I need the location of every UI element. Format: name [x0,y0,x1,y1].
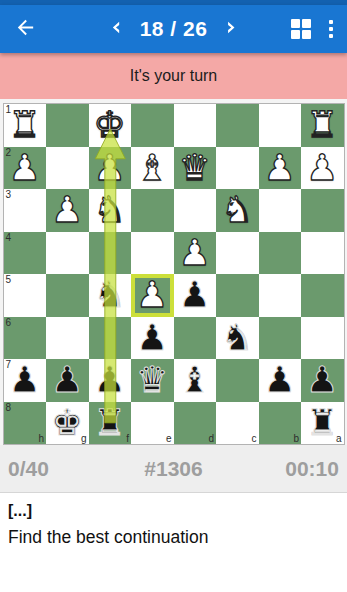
next-puzzle-button[interactable] [223,18,240,40]
square-h5[interactable]: 5 [4,274,47,317]
square-b4[interactable] [259,232,302,275]
square-g7[interactable]: ♟ [46,359,89,402]
white-pawn-d4: ♟ [179,232,211,274]
square-c1[interactable] [216,104,259,147]
square-b6[interactable] [259,317,302,360]
black-rook-a8: ♜ [306,402,338,444]
file-label-f: f [126,433,129,444]
rank-label-7: 7 [6,359,12,370]
rank-label-5: 5 [6,274,12,285]
square-h3[interactable]: 3 [4,189,47,232]
overflow-menu-icon [329,20,333,38]
black-knight-f5: ♞ [94,274,126,316]
square-g2[interactable] [46,147,89,190]
square-e5[interactable]: ♟ [131,274,174,317]
black-pawn-g7: ♟ [51,359,83,401]
puzzle-navigation: 18 / 26 [107,5,241,53]
square-a8[interactable]: a♜ [301,402,344,445]
square-g6[interactable] [46,317,89,360]
chess-board: 1♜♚♜2♟♟♝♛♟♟3♟♞♞4♟5♞♟♟6♟♞7♟♟♟♛♝♟♟8hg♚f♜ed… [3,103,345,445]
square-a3[interactable] [301,189,344,232]
square-e3[interactable] [131,189,174,232]
timer: 00:10 [229,457,339,481]
square-b2[interactable]: ♟ [259,147,302,190]
square-a2[interactable]: ♟ [301,147,344,190]
back-button[interactable] [14,16,37,42]
square-h6[interactable]: 6 [4,317,47,360]
chevron-right-icon [223,18,240,40]
instructions-panel: [...] Find the best continuation [0,493,347,592]
square-h7[interactable]: 7♟ [4,359,47,402]
turn-banner-text: It's your turn [130,67,218,85]
app-screen: 18 / 26 It's your turn 1♜♚♜2♟♟♝♛♟♟3♟♞♞4♟… [0,0,347,592]
file-label-g: g [81,433,87,444]
square-f8[interactable]: f♜ [89,402,132,445]
square-c4[interactable] [216,232,259,275]
square-b5[interactable] [259,274,302,317]
app-bar-actions [291,19,341,39]
white-queen-d2: ♛ [179,147,211,189]
white-bishop-e2: ♝ [136,147,168,189]
square-f2[interactable]: ♟ [89,147,132,190]
white-rook-h1: ♜ [9,104,41,146]
square-a6[interactable] [301,317,344,360]
square-f5[interactable]: ♞ [89,274,132,317]
prev-puzzle-button[interactable] [107,18,124,40]
square-b3[interactable] [259,189,302,232]
rank-label-6: 6 [6,317,12,328]
square-c6[interactable]: ♞ [216,317,259,360]
black-pawn-e6: ♟ [136,317,168,359]
black-bishop-d7: ♝ [179,359,211,401]
white-rook-a1: ♜ [306,104,338,146]
white-king-f1: ♚ [94,104,126,146]
white-pawn-e5: ♟ [136,274,168,316]
square-d2[interactable]: ♛ [174,147,217,190]
rank-label-2: 2 [6,147,12,158]
white-pawn-g3: ♟ [51,189,83,231]
file-label-a: a [336,433,342,444]
score-counter: 0/40 [8,457,118,481]
square-e6[interactable]: ♟ [131,317,174,360]
black-pawn-b7: ♟ [264,359,296,401]
square-d7[interactable]: ♝ [174,359,217,402]
white-knight-c3: ♞ [221,189,253,231]
square-b7[interactable]: ♟ [259,359,302,402]
square-g3[interactable]: ♟ [46,189,89,232]
square-e8[interactable]: e [131,402,174,445]
file-label-h: h [38,433,44,444]
square-a1[interactable]: ♜ [301,104,344,147]
puzzle-list-button[interactable] [291,19,311,39]
black-queen-e7: ♛ [136,359,168,401]
black-pawn-d5: ♟ [179,274,211,316]
square-d4[interactable]: ♟ [174,232,217,275]
square-d3[interactable] [174,189,217,232]
square-h1[interactable]: 1♜ [4,104,47,147]
square-h2[interactable]: 2♟ [4,147,47,190]
overflow-menu-button[interactable] [329,20,333,38]
square-f6[interactable] [89,317,132,360]
square-d8[interactable]: d [174,402,217,445]
square-f4[interactable] [89,232,132,275]
white-pawn-b2: ♟ [264,147,296,189]
square-c5[interactable] [216,274,259,317]
square-e4[interactable] [131,232,174,275]
white-pawn-a2: ♟ [306,147,338,189]
board-area: 1♜♚♜2♟♟♝♛♟♟3♟♞♞4♟5♞♟♟6♟♞7♟♟♟♛♝♟♟8hg♚f♜ed… [0,99,347,445]
file-label-b: b [293,433,299,444]
file-label-d: d [208,433,214,444]
square-f7[interactable]: ♟ [89,359,132,402]
turn-banner: It's your turn [0,53,347,99]
grid-view-icon [291,19,311,39]
black-king-g8: ♚ [51,402,83,444]
rank-label-1: 1 [6,104,12,115]
square-c2[interactable] [216,147,259,190]
back-arrow-icon [14,16,37,42]
black-pawn-h7: ♟ [9,359,41,401]
black-pawn-f7: ♟ [94,359,126,401]
square-h4[interactable]: 4 [4,232,47,275]
square-c8[interactable]: c [216,402,259,445]
square-c3[interactable]: ♞ [216,189,259,232]
square-a5[interactable] [301,274,344,317]
black-rook-f8: ♜ [94,402,126,444]
task-prompt: Find the best continuation [8,527,339,548]
square-g8[interactable]: g♚ [46,402,89,445]
move-list-placeholder: [...] [8,502,339,520]
black-knight-c6: ♞ [221,317,253,359]
white-knight-f3: ♞ [94,189,126,231]
puzzle-id: #1306 [118,457,228,481]
square-b8[interactable]: b [259,402,302,445]
puzzle-counter: 18 / 26 [140,17,208,41]
square-g4[interactable] [46,232,89,275]
square-d1[interactable] [174,104,217,147]
square-e7[interactable]: ♛ [131,359,174,402]
rank-label-3: 3 [6,189,12,200]
file-label-c: c [252,433,257,444]
rank-label-4: 4 [6,232,12,243]
black-pawn-a7: ♟ [306,359,338,401]
square-h8[interactable]: 8h [4,402,47,445]
rank-label-8: 8 [6,402,12,413]
square-b1[interactable] [259,104,302,147]
square-e2[interactable]: ♝ [131,147,174,190]
square-d6[interactable] [174,317,217,360]
square-a7[interactable]: ♟ [301,359,344,402]
square-f3[interactable]: ♞ [89,189,132,232]
puzzle-meta-bar: 0/40 #1306 00:10 [0,445,347,493]
square-g5[interactable] [46,274,89,317]
square-g1[interactable] [46,104,89,147]
square-f1[interactable]: ♚ [89,104,132,147]
square-d5[interactable]: ♟ [174,274,217,317]
white-pawn-f2: ♟ [94,147,126,189]
white-pawn-h2: ♟ [9,147,41,189]
square-e1[interactable] [131,104,174,147]
square-c7[interactable] [216,359,259,402]
app-bar: 18 / 26 [0,5,347,53]
square-a4[interactable] [301,232,344,275]
chevron-left-icon [107,18,124,40]
file-label-e: e [166,433,172,444]
